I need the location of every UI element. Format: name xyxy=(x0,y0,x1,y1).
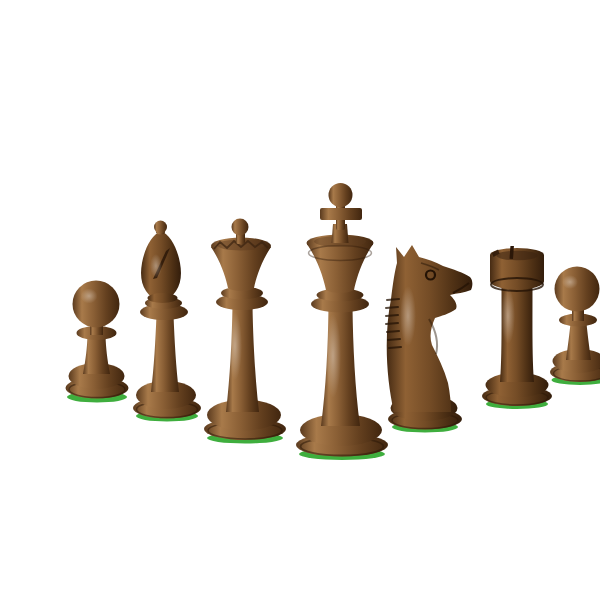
king-finial-ball xyxy=(329,183,353,207)
rook-piece xyxy=(482,246,552,409)
cross-finial-horizontal xyxy=(320,208,362,220)
bishop-piece xyxy=(133,221,201,422)
pawn-piece-right xyxy=(550,267,600,386)
pawn-piece-left xyxy=(66,281,129,403)
king-piece xyxy=(296,183,388,460)
chess-pieces-illustration xyxy=(40,16,600,600)
queen-piece xyxy=(204,219,286,444)
knight-piece xyxy=(386,245,472,433)
chess-set-photo xyxy=(40,16,600,600)
queen-finial-ball xyxy=(232,219,249,236)
